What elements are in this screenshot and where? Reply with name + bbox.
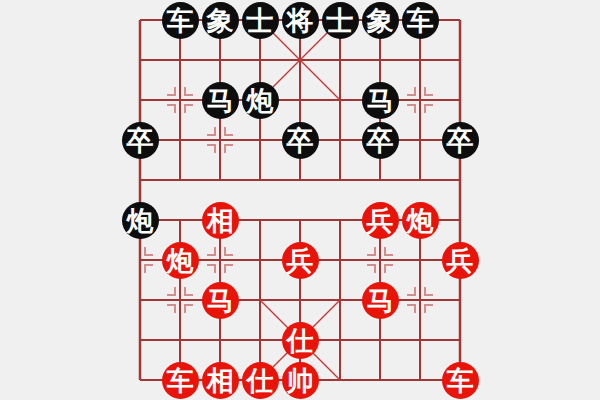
board-pieces-layer: 车象士将士象车马炮马卒卒卒卒炮相兵炮炮兵兵马马仕车相仕帅车 xyxy=(120,0,480,400)
piece-red-horse-right[interactable]: 马 xyxy=(362,282,399,319)
piece-red-elephant-home[interactable]: 相 xyxy=(202,362,239,399)
piece-black-horse-right[interactable]: 马 xyxy=(362,82,399,119)
piece-black-horse-left[interactable]: 马 xyxy=(202,82,239,119)
piece-red-advisor-center[interactable]: 仕 xyxy=(282,322,319,359)
piece-black-elephant-left[interactable]: 象 xyxy=(202,2,239,39)
piece-black-advisor-right[interactable]: 士 xyxy=(322,2,359,39)
piece-black-advisor-left[interactable]: 士 xyxy=(242,2,279,39)
piece-red-soldier-edge[interactable]: 兵 xyxy=(442,242,479,279)
xiangqi-board[interactable]: 车象士将士象车马炮马卒卒卒卒炮相兵炮炮兵兵马马仕车相仕帅车 xyxy=(120,0,480,400)
piece-red-advisor-home[interactable]: 仕 xyxy=(242,362,279,399)
piece-black-soldier-3[interactable]: 卒 xyxy=(362,122,399,159)
piece-black-soldier-2[interactable]: 卒 xyxy=(282,122,319,159)
piece-black-rook-left[interactable]: 车 xyxy=(162,2,199,39)
piece-black-elephant-right[interactable]: 象 xyxy=(362,2,399,39)
piece-black-cannon-left[interactable]: 炮 xyxy=(242,82,279,119)
piece-red-elephant-advanced[interactable]: 相 xyxy=(202,202,239,239)
piece-red-rook-left[interactable]: 车 xyxy=(162,362,199,399)
piece-red-general[interactable]: 帅 xyxy=(282,362,319,399)
piece-red-soldier-center[interactable]: 兵 xyxy=(282,242,319,279)
piece-black-rook-right[interactable]: 车 xyxy=(402,2,439,39)
piece-red-rook-right[interactable]: 车 xyxy=(442,362,479,399)
piece-red-soldier-advanced[interactable]: 兵 xyxy=(362,202,399,239)
piece-red-horse-left[interactable]: 马 xyxy=(202,282,239,319)
piece-black-general[interactable]: 将 xyxy=(282,2,319,39)
xiangqi-app-screen: 车象士将士象车马炮马卒卒卒卒炮相兵炮炮兵兵马马仕车相仕帅车 xyxy=(0,0,600,400)
piece-black-soldier-4[interactable]: 卒 xyxy=(442,122,479,159)
piece-black-soldier-1[interactable]: 卒 xyxy=(122,122,159,159)
piece-black-cannon-right[interactable]: 炮 xyxy=(122,202,159,239)
piece-red-cannon-right[interactable]: 炮 xyxy=(402,202,439,239)
piece-red-cannon-left[interactable]: 炮 xyxy=(162,242,199,279)
